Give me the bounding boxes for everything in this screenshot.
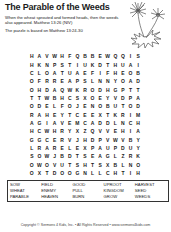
grid-cell-r1c1: H xyxy=(28,52,36,60)
grid-cell-r12c5: E xyxy=(58,144,66,152)
grid-cell-r11c15: Y xyxy=(134,135,142,143)
grid-cell-r3c4: A xyxy=(51,69,59,77)
page-title: The Parable of the Weeds xyxy=(5,2,110,12)
grid-cell-r7c9: N xyxy=(89,102,97,110)
grid-cell-r13c5: B xyxy=(58,152,66,160)
grid-cell-r9c1: A xyxy=(28,119,36,127)
grid-cell-r4c7: P xyxy=(74,77,82,85)
grid-cell-r10c1: H xyxy=(28,127,36,135)
grid-cell-r1c7: Q xyxy=(74,52,82,60)
grid-cell-r9c9: A xyxy=(89,119,97,127)
word-item-enemy: ENEMY xyxy=(41,188,72,193)
grid-cell-r10c6: Y xyxy=(66,127,74,135)
word-item-grow: GROW xyxy=(104,194,135,199)
grid-cell-r10c12: E xyxy=(112,127,120,135)
grid-cell-r8c7: C xyxy=(74,110,82,118)
word-item-pull: PULL xyxy=(72,188,103,193)
grid-cell-r14c4: V xyxy=(51,160,59,168)
grid-cell-r14c12: B xyxy=(112,160,120,168)
grid-cell-r2c12: H xyxy=(112,60,120,68)
grid-cell-r10c14: I xyxy=(127,127,135,135)
grid-cell-r4c3: R xyxy=(43,77,51,85)
grid-cell-r11c10: P xyxy=(96,135,104,143)
grid-cell-r11c6: V xyxy=(66,135,74,143)
grid-cell-r10c13: H xyxy=(119,127,127,135)
grid-cell-r4c5: E xyxy=(58,77,66,85)
grid-cell-r5c13: P xyxy=(119,85,127,93)
grid-cell-r9c4: A xyxy=(51,119,59,127)
grid-cell-r15c5: O xyxy=(58,169,66,177)
grid-cell-r13c15: K xyxy=(134,152,142,160)
grid-cell-r2c1: H xyxy=(28,60,36,68)
grid-cell-r9c8: C xyxy=(81,119,89,127)
grid-cell-r5c12: G xyxy=(112,85,120,93)
grid-cell-r12c4: R xyxy=(51,144,59,152)
grid-cell-r9c6: E xyxy=(66,119,74,127)
grid-cell-r3c1: C xyxy=(28,69,36,77)
grid-cell-r12c7: E xyxy=(74,144,82,152)
grid-cell-r6c7: S xyxy=(74,94,82,102)
grid-cell-r5c6: W xyxy=(66,85,74,93)
grid-cell-r11c3: C xyxy=(43,135,51,143)
grid-cell-r4c12: Y xyxy=(112,77,120,85)
grid-cell-r5c3: D xyxy=(43,85,51,93)
grid-cell-r10c3: W xyxy=(43,127,51,135)
grid-cell-r8c2: A xyxy=(36,110,44,118)
grid-cell-r4c9: L xyxy=(89,77,97,85)
grid-cell-r2c3: N xyxy=(43,60,51,68)
grid-cell-r1c15: S xyxy=(134,52,142,60)
grid-cell-r15c7: G xyxy=(74,169,82,177)
grid-cell-r12c6: L xyxy=(66,144,74,152)
grid-cell-r11c9: D xyxy=(89,135,97,143)
grid-cell-r15c4: D xyxy=(51,169,59,177)
grid-cell-r12c10: A xyxy=(96,144,104,152)
grid-cell-r14c13: L xyxy=(119,160,127,168)
grid-cell-r7c11: B xyxy=(104,102,112,110)
grid-cell-r13c9: E xyxy=(89,152,97,160)
grid-cell-r7c13: T xyxy=(119,102,127,110)
grid-cell-r1c14: I xyxy=(127,52,135,60)
grid-cell-r8c14: I xyxy=(127,110,135,118)
grid-cell-r9c15: H xyxy=(134,119,142,127)
word-item-field: FIELD xyxy=(41,182,72,187)
dandelion-weed-icon xyxy=(123,1,169,49)
grid-cell-r11c5: R xyxy=(58,135,66,143)
grid-cell-r9c2: G xyxy=(36,119,44,127)
grid-cell-r2c15: I xyxy=(134,60,142,68)
grid-cell-r15c12: H xyxy=(112,169,120,177)
word-bank-column-5: HARVESTSEEDWEEDS xyxy=(135,182,166,200)
grid-cell-r13c7: T xyxy=(74,152,82,160)
grid-cell-r3c11: F xyxy=(104,69,112,77)
word-item-wheat: WHEAT xyxy=(10,188,41,193)
grid-cell-r8c3: H xyxy=(43,110,51,118)
grid-cell-r6c2: T xyxy=(36,94,44,102)
grid-cell-r9c7: M xyxy=(74,119,82,127)
word-item-kingdom: KINGDOM xyxy=(104,188,135,193)
grid-cell-r15c1: O xyxy=(28,169,36,177)
word-bank-column-4: UPROOTKINGDOMGROW xyxy=(104,182,135,200)
grid-cell-r4c1: O xyxy=(28,77,36,85)
grid-cell-r5c14: T xyxy=(127,85,135,93)
grid-cell-r4c14: A xyxy=(127,77,135,85)
grid-cell-r9c10: D xyxy=(96,119,104,127)
grid-cell-r8c1: R xyxy=(28,110,36,118)
grid-cell-r12c8: X xyxy=(81,144,89,152)
grid-cell-r7c10: O xyxy=(96,102,104,110)
word-item-uproot: UPROOT xyxy=(104,182,135,187)
grid-cell-r1c11: W xyxy=(104,52,112,60)
grid-cell-r1c9: B xyxy=(89,52,97,60)
grid-cell-r12c3: A xyxy=(43,144,51,152)
grid-cell-r12c13: D xyxy=(119,144,127,152)
grid-cell-r7c14: O xyxy=(127,102,135,110)
grid-cell-r4c6: A xyxy=(66,77,74,85)
grid-cell-r13c2: O xyxy=(36,152,44,160)
grid-cell-r7c7: J xyxy=(74,102,82,110)
grid-cell-r9c14: C xyxy=(127,119,135,127)
grid-cell-r15c13: T xyxy=(119,169,127,177)
grid-cell-r14c8: H xyxy=(81,160,89,168)
word-item-weeds: WEEDS xyxy=(135,194,166,199)
grid-cell-r3c7: A xyxy=(74,69,82,77)
grid-cell-r7c2: D xyxy=(36,102,44,110)
grid-cell-r10c9: Q xyxy=(89,127,97,135)
grid-cell-r11c14: B xyxy=(127,135,135,143)
grid-cell-r6c3: W xyxy=(43,94,51,102)
grid-cell-r2c11: T xyxy=(104,60,112,68)
grid-cell-r4c2: F xyxy=(36,77,44,85)
word-bank: SOWWHEATPARABLEFIELDENEMYHEAVENGOODPULLB… xyxy=(7,180,169,202)
grid-cell-r2c10: D xyxy=(96,60,104,68)
grid-cell-r7c8: E xyxy=(81,102,89,110)
grid-cell-r8c5: Y xyxy=(58,110,66,118)
grid-cell-r10c2: C xyxy=(36,127,44,135)
jagged-leaves xyxy=(131,30,161,48)
grid-cell-r13c1: S xyxy=(28,152,36,160)
grid-cell-r14c5: U xyxy=(58,160,66,168)
grid-cell-r15c14: I xyxy=(127,169,135,177)
grid-cell-r13c12: L xyxy=(112,152,120,160)
grid-cell-r6c14: P xyxy=(127,94,135,102)
grid-cell-r15c9: L xyxy=(89,169,97,177)
grid-cell-r9c5: V xyxy=(58,119,66,127)
grid-cell-r4c8: S xyxy=(81,77,89,85)
grid-cell-r7c1: O xyxy=(28,102,36,110)
grid-cell-r6c5: H xyxy=(58,94,66,102)
grid-cell-r3c2: L xyxy=(36,69,44,77)
word-item-harvest: HARVEST xyxy=(135,182,166,187)
grid-cell-r5c1: O xyxy=(28,85,36,93)
grid-cell-r2c4: P xyxy=(51,60,59,68)
grid-cell-r10c10: V xyxy=(96,127,104,135)
grid-cell-r4c10: N xyxy=(96,77,104,85)
grid-cell-r13c10: A xyxy=(96,152,104,160)
grid-cell-r8c4: E xyxy=(51,110,59,118)
grid-cell-r11c2: G xyxy=(36,135,44,143)
grid-cell-r10c5: R xyxy=(58,127,66,135)
grid-cell-r8c12: K xyxy=(112,110,120,118)
grid-cell-r8c11: T xyxy=(104,110,112,118)
grid-cell-r12c12: P xyxy=(112,144,120,152)
grid-cell-r3c8: E xyxy=(81,69,89,77)
grid-cell-r3c10: I xyxy=(96,69,104,77)
grid-cell-r6c13: D xyxy=(119,94,127,102)
grid-cell-r9c3: I xyxy=(43,119,51,127)
grid-cell-r2c9: K xyxy=(89,60,97,68)
word-item-sow: SOW xyxy=(10,182,41,187)
grid-cell-r2c13: U xyxy=(119,60,127,68)
grid-cell-r13c8: S xyxy=(81,152,89,160)
word-bank-column-2: FIELDENEMYHEAVEN xyxy=(41,182,72,200)
grid-cell-r8c9: E xyxy=(89,110,97,118)
grid-cell-r13c14: R xyxy=(127,152,135,160)
grid-cell-r7c12: U xyxy=(112,102,120,110)
grid-cell-r1c3: V xyxy=(43,52,51,60)
grid-cell-r2c14: A xyxy=(127,60,135,68)
grid-cell-r7c6: O xyxy=(66,102,74,110)
puzzle-grid: HAVWHFQBBEWQQISHKNPSTIUKDTHUAICLOATUAEFI… xyxy=(28,52,142,177)
grid-cell-r8c8: E xyxy=(81,110,89,118)
grid-cell-r10c11: V xyxy=(104,127,112,135)
grid-cell-r1c10: E xyxy=(96,52,104,60)
grid-cell-r2c6: T xyxy=(66,60,74,68)
word-item-good: GOOD xyxy=(72,182,103,187)
grid-cell-r6c10: E xyxy=(96,94,104,102)
grid-cell-r14c2: W xyxy=(36,160,44,168)
grid-cell-r14c3: O xyxy=(43,160,51,168)
grid-cell-r15c15: H xyxy=(134,169,142,177)
grid-cell-r5c7: K xyxy=(74,85,82,93)
grid-cell-r12c1: L xyxy=(28,144,36,152)
grid-cell-r1c6: F xyxy=(66,52,74,60)
grid-cell-r4c11: N xyxy=(104,77,112,85)
grid-cell-r3c14: O xyxy=(127,69,135,77)
grid-cell-r8c13: R xyxy=(119,110,127,118)
grid-cell-r14c6: T xyxy=(66,160,74,168)
grid-cell-r3c6: U xyxy=(66,69,74,77)
grid-cell-r14c7: S xyxy=(74,160,82,168)
word-bank-column-3: GOODPULLBURN xyxy=(72,182,103,200)
grid-cell-r6c8: X xyxy=(81,94,89,102)
grid-cell-r5c5: Q xyxy=(58,85,66,93)
grid-cell-r7c5: F xyxy=(58,102,66,110)
word-item-parable: PARABLE xyxy=(10,194,41,199)
puzzle-note: The puzzle is based on Matthew 13:24-30 xyxy=(5,28,125,33)
grid-cell-r8c10: X xyxy=(96,110,104,118)
grid-cell-r15c3: T xyxy=(43,169,51,177)
grid-cell-r1c8: B xyxy=(81,52,89,60)
grid-cell-r11c11: V xyxy=(104,135,112,143)
grid-cell-r13c11: G xyxy=(104,152,112,160)
grid-cell-r13c3: W xyxy=(43,152,51,160)
grid-cell-r12c11: U xyxy=(104,144,112,152)
grid-cell-r11c7: J xyxy=(74,135,82,143)
grid-cell-r6c12: V xyxy=(112,94,120,102)
grid-cell-r1c13: Q xyxy=(119,52,127,60)
grid-cell-r10c8: Z xyxy=(81,127,89,135)
grid-cell-r13c13: Z xyxy=(119,152,127,160)
word-bank-column-1: SOWWHEATPARABLE xyxy=(10,182,41,200)
grid-cell-r14c15: O xyxy=(134,160,142,168)
word-item-burn: BURN xyxy=(72,194,103,199)
grid-cell-r5c10: D xyxy=(96,85,104,93)
grid-cell-r11c12: W xyxy=(112,135,120,143)
grid-cell-r11c4: E xyxy=(51,135,59,143)
grid-cell-r5c15: T xyxy=(134,85,142,93)
grid-cell-r5c4: A xyxy=(51,85,59,93)
grid-cell-r3c15: B xyxy=(134,69,142,77)
grid-cell-r2c5: S xyxy=(58,60,66,68)
grid-cell-r7c4: L xyxy=(51,102,59,110)
grid-cell-r14c10: S xyxy=(96,160,104,168)
grid-cell-r12c2: R xyxy=(36,144,44,152)
copyright-line: Copyright © Sermons 4 Kids, Inc. • All R… xyxy=(0,223,171,227)
verse-subtitle: When the wheat sprouted and formed heads… xyxy=(5,15,123,25)
grid-cell-r11c1: G xyxy=(28,135,36,143)
grid-cell-r5c9: O xyxy=(89,85,97,93)
grid-cell-r4c15: D xyxy=(134,77,142,85)
grid-cell-r9c13: N xyxy=(119,119,127,127)
grid-cell-r9c12: L xyxy=(112,119,120,127)
grid-cell-r14c1: O xyxy=(28,160,36,168)
grid-cell-r6c4: B xyxy=(51,94,59,102)
grid-cell-r8c15: M xyxy=(134,110,142,118)
grid-cell-r2c2: K xyxy=(36,60,44,68)
grid-cell-r1c5: H xyxy=(58,52,66,60)
word-item-heaven: HEAVEN xyxy=(41,194,72,199)
grid-cell-r15c11: C xyxy=(104,169,112,177)
grid-cell-r7c3: E xyxy=(43,102,51,110)
grid-cell-r15c6: O xyxy=(66,169,74,177)
grid-cell-r11c8: H xyxy=(81,135,89,143)
grid-cell-r3c5: T xyxy=(58,69,66,77)
grid-cell-r2c7: I xyxy=(74,60,82,68)
grid-cell-r2c8: U xyxy=(81,60,89,68)
grid-cell-r3c9: F xyxy=(89,69,97,77)
grid-cell-r14c11: X xyxy=(104,160,112,168)
grid-cell-r6c6: C xyxy=(66,94,74,102)
grid-cell-r6c1: T xyxy=(28,94,36,102)
grid-cell-r12c9: P xyxy=(89,144,97,152)
grid-cell-r4c4: R xyxy=(51,77,59,85)
word-item-seed: SEED xyxy=(135,188,166,193)
grid-cell-r3c12: H xyxy=(112,69,120,77)
grid-cell-r3c13: E xyxy=(119,69,127,77)
grid-cell-r11c13: V xyxy=(119,135,127,143)
grid-cell-r13c4: J xyxy=(51,152,59,160)
grid-cell-r14c14: N xyxy=(127,160,135,168)
grid-cell-r6c11: Y xyxy=(104,94,112,102)
grid-cell-r4c13: O xyxy=(119,77,127,85)
grid-cell-r10c15: A xyxy=(134,127,142,135)
grid-cell-r7c15: D xyxy=(134,102,142,110)
grid-cell-r15c10: L xyxy=(96,169,104,177)
grid-cell-r8c6: T xyxy=(66,110,74,118)
grid-cell-r6c9: O xyxy=(89,94,97,102)
puzzle-page: { "game": "word-search", "header": { "ti… xyxy=(0,0,171,232)
grid-cell-r14c9: T xyxy=(89,160,97,168)
grid-cell-r13c6: D xyxy=(66,152,74,160)
grid-cell-r1c2: A xyxy=(36,52,44,60)
grid-cell-r5c11: H xyxy=(104,85,112,93)
grid-cell-r5c2: H xyxy=(36,85,44,93)
grid-cell-r12c15: Y xyxy=(134,144,142,152)
grid-cell-r3c3: O xyxy=(43,69,51,77)
grid-cell-r1c12: Q xyxy=(112,52,120,60)
grid-cell-r10c7: X xyxy=(74,127,82,135)
grid-cell-r10c4: H xyxy=(51,127,59,135)
grid-cell-r1c4: W xyxy=(51,52,59,60)
grid-cell-r5c8: R xyxy=(81,85,89,93)
grid-cell-r15c8: N xyxy=(81,169,89,177)
grid-cell-r9c11: D xyxy=(104,119,112,127)
grid-cell-r15c2: X xyxy=(36,169,44,177)
grid-cell-r6c15: A xyxy=(134,94,142,102)
grid-cell-r12c14: U xyxy=(127,144,135,152)
